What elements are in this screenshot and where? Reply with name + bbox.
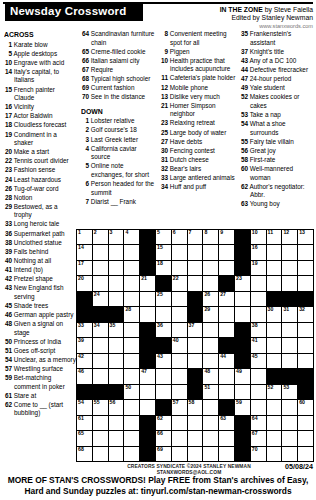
black-square	[188, 369, 203, 383]
clue-number: 57	[4, 365, 12, 374]
black-square	[235, 230, 250, 244]
clue-number: 1	[4, 41, 12, 50]
grid-cell[interactable]: 57	[172, 400, 187, 414]
grid-cell[interactable]	[93, 261, 108, 275]
grid-cell[interactable]	[109, 369, 124, 383]
grid-cell[interactable]: 60	[298, 400, 313, 414]
grid-cell[interactable]: 49	[235, 369, 250, 383]
grid-cell[interactable]	[219, 245, 234, 259]
grid-cell[interactable]	[298, 416, 313, 430]
clue: 62 Come to __ (start bubbling)	[4, 401, 76, 418]
grid-cell[interactable]: 28	[124, 307, 139, 321]
grid-cell[interactable]	[251, 292, 266, 306]
grid-cell[interactable]	[282, 416, 297, 430]
grid-cell[interactable]: 68	[77, 447, 92, 461]
grid-cell[interactable]	[282, 261, 297, 275]
grid-cell[interactable]: 15	[156, 245, 171, 259]
clue-number: 32	[160, 165, 168, 174]
clue-number: 9	[160, 48, 168, 57]
grid-cell[interactable]	[109, 354, 124, 368]
clue-number: 2	[81, 126, 89, 135]
clue-number: 10	[160, 57, 168, 66]
grid-cell[interactable]	[124, 261, 139, 275]
grid-cell[interactable]	[251, 307, 266, 321]
clue-number: 53	[240, 111, 248, 120]
grid-cell[interactable]	[172, 323, 187, 337]
grid-cell[interactable]	[188, 245, 203, 259]
grid-cell[interactable]	[203, 447, 218, 461]
clue: 67 Require	[81, 66, 157, 75]
grid-cell[interactable]: 39	[77, 338, 92, 352]
cell-number: 64	[252, 415, 258, 422]
grid-cell[interactable]: 34	[93, 323, 108, 337]
grid-cell[interactable]	[188, 276, 203, 290]
clue-number: 44	[240, 66, 248, 75]
clue: 54 Unclear, as a memory	[4, 356, 76, 365]
grid-cell[interactable]	[298, 447, 313, 461]
clue: 43 New England fish serving	[4, 284, 76, 301]
grid-cell[interactable]: 11	[267, 230, 282, 244]
grid-cell[interactable]	[93, 338, 108, 352]
clue-number: 5	[4, 50, 12, 59]
grid-cell[interactable]: 33	[77, 323, 92, 337]
grid-cell[interactable]	[203, 245, 218, 259]
grid-cell[interactable]	[219, 447, 234, 461]
clue-number: 56	[240, 147, 248, 156]
clue-number: 60	[240, 165, 248, 174]
grid-cell[interactable]	[219, 261, 234, 275]
grid-cell[interactable]: 30	[267, 307, 282, 321]
grid-cell[interactable]: 9	[219, 230, 234, 244]
grid-cell[interactable]	[203, 261, 218, 275]
crossword-grid: 1234567891011121314151617181920212223242…	[76, 229, 314, 462]
grid-cell[interactable]: 3	[109, 230, 124, 244]
grid-cell[interactable]: 21	[140, 276, 155, 290]
clue: 44 Defective firecracker	[240, 66, 314, 75]
clue-number: 15	[4, 86, 12, 95]
grid-cell[interactable]: 6	[172, 230, 187, 244]
clue: 33 Large antlered animals	[160, 174, 236, 183]
black-square	[235, 416, 250, 430]
grid-cell[interactable]	[109, 416, 124, 430]
clue-number: 11	[160, 74, 168, 83]
black-square	[282, 292, 297, 306]
clue: 53 Take a nap	[240, 111, 314, 120]
cell-number: 39	[78, 337, 84, 344]
grid-cell[interactable]	[109, 276, 124, 290]
grid-cell[interactable]	[235, 307, 250, 321]
grid-cell[interactable]: 41	[251, 338, 266, 352]
grid-cell[interactable]	[235, 292, 250, 306]
grid-cell[interactable]	[203, 338, 218, 352]
grid-cell[interactable]	[267, 276, 282, 290]
black-square	[188, 307, 203, 321]
grid-cell[interactable]	[203, 416, 218, 430]
cell-number: 6	[173, 229, 176, 236]
clue: 54 What a shoe surrounds	[240, 120, 314, 137]
grid-cell[interactable]: 47	[140, 369, 155, 383]
grid-cell[interactable]	[188, 431, 203, 445]
grid-cell[interactable]: 29	[203, 307, 218, 321]
grid-cell[interactable]	[109, 292, 124, 306]
masthead-title: Newsday Crossword	[5, 3, 143, 21]
grid-cell[interactable]: 46	[77, 369, 92, 383]
clue-number: 33	[160, 174, 168, 183]
clue-number: 3	[81, 136, 89, 145]
clue-number: 4	[81, 145, 89, 154]
grid-cell[interactable]: 59	[235, 400, 250, 414]
clue: 20 Make a start	[4, 148, 76, 157]
grid-cell[interactable]	[172, 261, 187, 275]
grid-cell[interactable]: 25	[156, 292, 171, 306]
clue: 2 Golf course's 18	[81, 126, 157, 135]
grid-cell[interactable]	[282, 323, 297, 337]
grid-cell[interactable]: 24	[93, 292, 108, 306]
grid-cell[interactable]	[156, 307, 171, 321]
grid-cell[interactable]	[188, 338, 203, 352]
grid-cell[interactable]	[156, 385, 171, 399]
clue: 40 Nothing at all	[4, 257, 76, 266]
clue: 27 Have debts	[160, 138, 236, 147]
black-square	[298, 385, 313, 399]
cell-number: 22	[173, 275, 179, 282]
grid-cell[interactable]: 54	[77, 400, 92, 414]
grid-cell[interactable]	[93, 369, 108, 383]
clue-number: 62	[240, 183, 248, 192]
grid-cell[interactable]: 16	[251, 245, 266, 259]
grid-cell[interactable]: 27	[219, 292, 234, 306]
grid-cell[interactable]	[124, 400, 139, 414]
grid-cell[interactable]	[251, 369, 266, 383]
grid-cell[interactable]	[267, 400, 282, 414]
grid-cell[interactable]	[124, 338, 139, 352]
grid-cell[interactable]	[267, 323, 282, 337]
grid-cell[interactable]	[282, 245, 297, 259]
grid-cell[interactable]	[172, 354, 187, 368]
clue-number: 55	[240, 138, 248, 147]
cell-number: 10	[252, 229, 258, 236]
grid-cell[interactable]	[172, 245, 187, 259]
clue-number: 64	[81, 30, 89, 39]
black-square	[140, 354, 155, 368]
grid-cell[interactable]: 53	[282, 385, 297, 399]
grid-cell[interactable]	[203, 400, 218, 414]
grid-cell[interactable]: 37	[188, 323, 203, 337]
cell-number: 8	[204, 229, 207, 236]
black-square	[235, 354, 250, 368]
cell-number: 21	[141, 275, 147, 282]
grid-cell[interactable]: 69	[156, 447, 171, 461]
grid-cell[interactable]	[140, 400, 155, 414]
grid-cell[interactable]: 62	[156, 416, 171, 430]
grid-cell[interactable]	[219, 385, 234, 399]
grid-cell[interactable]	[124, 276, 139, 290]
clue-number: 16	[4, 103, 12, 112]
grid-cell[interactable]: 18	[156, 261, 171, 275]
grid-cell[interactable]	[282, 431, 297, 445]
grid-cell[interactable]: 19	[251, 261, 266, 275]
grid-cell[interactable]: 23	[235, 276, 250, 290]
cell-number: 59	[236, 399, 242, 406]
clue-number: 24	[4, 176, 12, 185]
grid-cell[interactable]	[109, 245, 124, 259]
grid-cell[interactable]	[172, 447, 187, 461]
grid-cell[interactable]	[109, 431, 124, 445]
clue-number: 35	[240, 30, 248, 39]
clue: 39 Falls behind	[4, 248, 76, 257]
grid-cell[interactable]	[298, 338, 313, 352]
grid-cell[interactable]	[188, 447, 203, 461]
grid-cell[interactable]	[282, 276, 297, 290]
cell-number: 34	[94, 322, 100, 329]
grid-cell[interactable]: 52	[267, 385, 282, 399]
clue: 26 Tug-of-war cord	[4, 185, 76, 194]
grid-cell[interactable]: 32	[298, 307, 313, 321]
grid-cell[interactable]	[124, 447, 139, 461]
cell-number: 16	[252, 244, 258, 251]
promo-line-2: Hard and Sunday puzzles at: tinyurl.com/…	[0, 486, 316, 497]
clue: 9 Pigpen	[160, 48, 236, 57]
cell-number: 14	[78, 244, 84, 251]
cell-number: 40	[173, 337, 179, 344]
grid-cell[interactable]	[282, 354, 297, 368]
grid-cell[interactable]	[235, 385, 250, 399]
grid-cell[interactable]: 64	[251, 416, 266, 430]
grid-cell[interactable]: 65	[77, 431, 92, 445]
clue-number: 28	[4, 194, 12, 203]
cell-number: 41	[252, 337, 258, 344]
clue: 68 Typical high schooler	[81, 75, 157, 84]
clue-number: 29	[4, 203, 12, 212]
grid-cell[interactable]: 50	[124, 385, 139, 399]
grid-cell[interactable]	[298, 245, 313, 259]
grid-cell[interactable]	[93, 276, 108, 290]
grid-cell[interactable]: 2	[93, 230, 108, 244]
grid-cell[interactable]	[140, 385, 155, 399]
grid-cell[interactable]	[109, 338, 124, 352]
grid-cell[interactable]	[282, 400, 297, 414]
cell-number: 53	[283, 384, 289, 391]
cell-number: 52	[268, 384, 274, 391]
cell-number: 20	[78, 275, 84, 282]
cell-number: 23	[236, 275, 242, 282]
grid-cell[interactable]: 55	[93, 400, 108, 414]
grid-cell[interactable]	[124, 354, 139, 368]
grid-cell[interactable]: 13	[298, 230, 313, 244]
black-square	[188, 385, 203, 399]
grid-cell[interactable]	[203, 431, 218, 445]
clue-number: 67	[81, 66, 89, 75]
clue-number: 69	[81, 84, 89, 93]
grid-cell[interactable]	[219, 323, 234, 337]
grid-cell[interactable]	[267, 338, 282, 352]
clue: 41 Intend (to)	[4, 266, 76, 275]
grid-cell[interactable]	[298, 276, 313, 290]
grid-cell[interactable]: 66	[156, 431, 171, 445]
clue-number: 7	[81, 198, 89, 207]
clue: 61 Stare at	[4, 392, 76, 401]
cell-number: 63	[220, 415, 226, 422]
grid-cell[interactable]: 31	[282, 307, 297, 321]
grid-cell[interactable]: 61	[77, 416, 92, 430]
clue: 18 Cloudless forecast	[4, 121, 76, 130]
grid-cell[interactable]	[172, 369, 187, 383]
grid-cell[interactable]: 36	[156, 323, 171, 337]
cell-number: 43	[157, 353, 163, 360]
grid-cell[interactable]	[172, 431, 187, 445]
grid-cell[interactable]	[172, 416, 187, 430]
grid-cell[interactable]	[219, 369, 234, 383]
clue: 42 Pretzel shape	[4, 275, 76, 284]
grid-cell[interactable]: 42	[77, 354, 92, 368]
clue: 24 Least hazardous	[4, 176, 76, 185]
puzzle-author: by Steve Faiella	[263, 6, 313, 13]
grid-cell[interactable]	[156, 369, 171, 383]
grid-cell[interactable]	[203, 276, 218, 290]
grid-cell[interactable]	[298, 431, 313, 445]
cell-number: 38	[252, 322, 258, 329]
grid-cell[interactable]: 56	[109, 400, 124, 414]
cell-number: 3	[110, 229, 113, 236]
grid-cell[interactable]	[298, 261, 313, 275]
grid-cell[interactable]: 26	[203, 292, 218, 306]
grid-cell[interactable]	[251, 385, 266, 399]
black-square	[188, 292, 203, 306]
grid-cell[interactable]: 20	[77, 276, 92, 290]
grid-cell[interactable]	[188, 261, 203, 275]
grid-cell[interactable]	[93, 354, 108, 368]
grid-cell[interactable]	[203, 354, 218, 368]
clue: 16 Vicinity	[4, 103, 76, 112]
clue-number: 54	[4, 356, 12, 365]
grid-cell[interactable]	[93, 416, 108, 430]
clue: 11 Cafeteria's plate holder	[160, 74, 236, 83]
grid-cell[interactable]	[124, 292, 139, 306]
grid-cell[interactable]: 51	[203, 385, 218, 399]
grid-cell[interactable]: 7	[188, 230, 203, 244]
grid-cell[interactable]	[109, 447, 124, 461]
grid-cell[interactable]	[109, 261, 124, 275]
grid-cell[interactable]	[124, 323, 139, 337]
cell-number: 7	[189, 229, 192, 236]
grid-cell[interactable]	[124, 245, 139, 259]
clue: 52 Makes cookies or cakes	[240, 93, 314, 110]
grid-cell[interactable]: 5	[156, 230, 171, 244]
grid-cell[interactable]	[140, 292, 155, 306]
grid-cell[interactable]	[267, 431, 282, 445]
grid-cell[interactable]: 12	[282, 230, 297, 244]
clue-number: 12	[160, 84, 168, 93]
clue-number: 49	[240, 84, 248, 93]
grid-cell[interactable]	[267, 447, 282, 461]
grid-cell[interactable]	[188, 416, 203, 430]
black-square	[77, 292, 92, 306]
black-square	[235, 323, 250, 337]
grid-cell[interactable]	[172, 307, 187, 321]
grid-cell[interactable]: 67	[251, 431, 266, 445]
grid-cell[interactable]: 45	[251, 354, 266, 368]
clue-number: 34	[160, 183, 168, 192]
clue-number: 14	[4, 68, 12, 77]
grid-cell[interactable]: 44	[219, 354, 234, 368]
grid-cell[interactable]	[203, 323, 218, 337]
black-square	[235, 261, 250, 275]
grid-cell[interactable]	[298, 323, 313, 337]
grid-cell[interactable]: 4	[124, 230, 139, 244]
grid-cell[interactable]	[93, 245, 108, 259]
clue: 69 Current fashion	[81, 84, 157, 93]
clue: 19 Condiment in a shaker	[4, 131, 76, 148]
clue: 15 French painter Claude	[4, 86, 76, 103]
black-square	[156, 276, 171, 290]
grid-cell[interactable]	[93, 447, 108, 461]
clue-number: 68	[81, 75, 89, 84]
black-square	[140, 447, 155, 461]
grid-cell[interactable]	[282, 338, 297, 352]
grid-cell[interactable]: 22	[172, 276, 187, 290]
grid-cell[interactable]	[251, 276, 266, 290]
grid-cell[interactable]: 40	[172, 338, 187, 352]
grid-cell[interactable]	[124, 431, 139, 445]
grid-cell[interactable]: 48	[203, 369, 218, 383]
grid-cell[interactable]: 8	[203, 230, 218, 244]
grid-cell[interactable]	[172, 292, 187, 306]
black-square	[109, 385, 124, 399]
cell-number: 61	[78, 415, 84, 422]
black-square	[156, 400, 171, 414]
grid-cell[interactable]	[124, 416, 139, 430]
clue-number: 13	[160, 93, 168, 102]
clue-number: 59	[4, 374, 12, 383]
grid-cell[interactable]: 58	[188, 400, 203, 414]
grid-cell[interactable]	[298, 354, 313, 368]
grid-cell[interactable]	[219, 431, 234, 445]
clue-number: 43	[4, 284, 12, 293]
grid-cell[interactable]: 1	[77, 230, 92, 244]
clue: 47 24-hour period	[240, 75, 314, 84]
grid-cell[interactable]: 14	[77, 245, 92, 259]
grid-cell[interactable]	[267, 261, 282, 275]
grid-cell[interactable]	[140, 307, 155, 321]
clue-number: 63	[240, 200, 248, 209]
cell-number: 29	[204, 306, 210, 313]
grid-cell[interactable]	[93, 431, 108, 445]
grid-cell[interactable]	[219, 307, 234, 321]
grid-cell[interactable]: 63	[219, 416, 234, 430]
grid-cell[interactable]: 10	[251, 230, 266, 244]
clue: 5 Online note exchanges, for short	[81, 162, 157, 179]
grid-cell[interactable]	[267, 354, 282, 368]
clue-number: 27	[160, 138, 168, 147]
grid-cell[interactable]	[282, 447, 297, 461]
clue: 1 Lobster relative	[81, 117, 157, 126]
grid-cell[interactable]	[267, 245, 282, 259]
grid-cell[interactable]: 70	[251, 447, 266, 461]
grid-cell[interactable]	[188, 354, 203, 368]
grid-cell[interactable]: 38	[251, 323, 266, 337]
grid-cell[interactable]	[267, 416, 282, 430]
grid-cell[interactable]: 35	[109, 323, 124, 337]
grid-cell[interactable]	[172, 385, 187, 399]
clue-number: 42	[4, 275, 12, 284]
clue: 63 Young boy	[240, 200, 314, 209]
grid-cell[interactable]: 17	[77, 261, 92, 275]
cell-number: 62	[157, 415, 163, 422]
clue-number: 19	[4, 131, 12, 140]
grid-cell[interactable]	[251, 400, 266, 414]
grid-cell[interactable]: 43	[156, 354, 171, 368]
grid-cell[interactable]	[124, 369, 139, 383]
